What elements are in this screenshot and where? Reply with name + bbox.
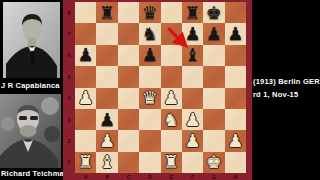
piece-black-rook: ♜ xyxy=(182,2,203,23)
square-e7[interactable] xyxy=(161,23,182,44)
piece-white-pawn: ♟ xyxy=(182,130,203,151)
square-d1[interactable] xyxy=(139,152,160,173)
square-h5[interactable] xyxy=(225,66,246,87)
player-name-bottom: Richard Teichmann xyxy=(1,169,65,178)
square-a6[interactable]: ♟ xyxy=(75,45,96,66)
piece-white-rook: ♜ xyxy=(75,152,96,173)
square-h7[interactable]: ♟ xyxy=(225,23,246,44)
piece-black-pawn: ♟ xyxy=(225,23,246,44)
game-caption: (1913) Berlin GER rd 1, Nov-15 xyxy=(253,75,320,101)
rank-label: 5 xyxy=(63,66,75,87)
square-f7[interactable]: ♟ xyxy=(182,23,203,44)
square-c4[interactable] xyxy=(118,88,139,109)
piece-black-king: ♚ xyxy=(203,2,224,23)
square-d2[interactable] xyxy=(139,130,160,151)
square-g3[interactable] xyxy=(203,109,224,130)
square-g8[interactable]: ♚ xyxy=(203,2,224,23)
square-h3[interactable] xyxy=(225,109,246,130)
piece-white-pawn: ♟ xyxy=(161,88,182,109)
rank-label: 7 xyxy=(63,23,75,44)
video-frame: J R Capablanca Richard Teichmann 8765432… xyxy=(0,0,320,180)
piece-black-knight: ♞ xyxy=(139,23,160,44)
square-a7[interactable] xyxy=(75,23,96,44)
piece-white-pawn: ♟ xyxy=(96,130,117,151)
square-d3[interactable] xyxy=(139,109,160,130)
square-c1[interactable] xyxy=(118,152,139,173)
square-h6[interactable] xyxy=(225,45,246,66)
square-c2[interactable] xyxy=(118,130,139,151)
chess-board-frame: 87654321 ♜♛♜♚♞♟♟♟♟♟♝♟♛♟♟♞♟♟♟♟♜♝♜♚ ABCDEF… xyxy=(63,0,252,180)
file-label: A xyxy=(75,173,96,180)
square-e8[interactable] xyxy=(161,2,182,23)
file-label: B xyxy=(96,173,117,180)
piece-white-pawn: ♟ xyxy=(225,130,246,151)
rank-label: 6 xyxy=(63,45,75,66)
piece-white-queen: ♛ xyxy=(139,88,160,109)
square-b2[interactable]: ♟ xyxy=(96,130,117,151)
square-g4[interactable] xyxy=(203,88,224,109)
square-c8[interactable] xyxy=(118,2,139,23)
file-label: H xyxy=(225,173,246,180)
square-d8[interactable]: ♛ xyxy=(139,2,160,23)
square-h1[interactable] xyxy=(225,152,246,173)
square-b3[interactable]: ♟ xyxy=(96,109,117,130)
square-f6[interactable]: ♝ xyxy=(182,45,203,66)
square-f3[interactable]: ♟ xyxy=(182,109,203,130)
square-d7[interactable]: ♞ xyxy=(139,23,160,44)
piece-white-pawn: ♟ xyxy=(182,109,203,130)
file-labels: ABCDEFGH xyxy=(75,173,246,180)
piece-white-rook: ♜ xyxy=(161,152,182,173)
piece-white-knight: ♞ xyxy=(161,109,182,130)
piece-white-pawn: ♟ xyxy=(75,88,96,109)
square-e6[interactable] xyxy=(161,45,182,66)
rank-label: 4 xyxy=(63,88,75,109)
square-a5[interactable] xyxy=(75,66,96,87)
piece-black-queen: ♛ xyxy=(139,2,160,23)
square-h2[interactable]: ♟ xyxy=(225,130,246,151)
rank-label: 1 xyxy=(63,152,75,173)
piece-black-pawn: ♟ xyxy=(182,23,203,44)
square-g1[interactable]: ♚ xyxy=(203,152,224,173)
square-c6[interactable] xyxy=(118,45,139,66)
square-b5[interactable] xyxy=(96,66,117,87)
square-e2[interactable] xyxy=(161,130,182,151)
caption-line2: rd 1, Nov-15 xyxy=(253,88,320,101)
rank-label: 3 xyxy=(63,109,75,130)
square-a3[interactable] xyxy=(75,109,96,130)
square-b8[interactable]: ♜ xyxy=(96,2,117,23)
square-b6[interactable] xyxy=(96,45,117,66)
square-b1[interactable]: ♝ xyxy=(96,152,117,173)
player-name-top: J R Capablanca xyxy=(1,81,65,90)
square-d5[interactable] xyxy=(139,66,160,87)
file-label: E xyxy=(161,173,182,180)
chess-board: ♜♛♜♚♞♟♟♟♟♟♝♟♛♟♟♞♟♟♟♟♜♝♜♚ xyxy=(75,2,246,173)
caption-line1: (1913) Berlin GER xyxy=(253,75,320,88)
square-g5[interactable] xyxy=(203,66,224,87)
square-a1[interactable]: ♜ xyxy=(75,152,96,173)
square-c5[interactable] xyxy=(118,66,139,87)
square-h8[interactable] xyxy=(225,2,246,23)
square-a8[interactable] xyxy=(75,2,96,23)
square-a2[interactable] xyxy=(75,130,96,151)
square-c7[interactable] xyxy=(118,23,139,44)
file-label: C xyxy=(118,173,139,180)
rank-labels: 87654321 xyxy=(63,2,75,173)
piece-white-bishop: ♝ xyxy=(96,152,117,173)
file-label: G xyxy=(203,173,224,180)
square-c3[interactable] xyxy=(118,109,139,130)
rank-label: 2 xyxy=(63,130,75,151)
teichmann-photo xyxy=(0,94,61,168)
piece-black-pawn: ♟ xyxy=(139,45,160,66)
square-e3[interactable]: ♞ xyxy=(161,109,182,130)
piece-black-rook: ♜ xyxy=(96,2,117,23)
piece-black-pawn: ♟ xyxy=(203,23,224,44)
square-f8[interactable]: ♜ xyxy=(182,2,203,23)
square-b4[interactable] xyxy=(96,88,117,109)
square-e1[interactable]: ♜ xyxy=(161,152,182,173)
piece-black-bishop: ♝ xyxy=(182,45,203,66)
square-f1[interactable] xyxy=(182,152,203,173)
square-g6[interactable] xyxy=(203,45,224,66)
square-f2[interactable]: ♟ xyxy=(182,130,203,151)
square-g2[interactable] xyxy=(203,130,224,151)
square-d4[interactable]: ♛ xyxy=(139,88,160,109)
square-a4[interactable]: ♟ xyxy=(75,88,96,109)
piece-black-pawn: ♟ xyxy=(75,45,96,66)
square-e5[interactable] xyxy=(161,66,182,87)
piece-white-king: ♚ xyxy=(203,152,224,173)
square-b7[interactable] xyxy=(96,23,117,44)
square-h4[interactable] xyxy=(225,88,246,109)
capablanca-photo xyxy=(3,2,60,78)
square-f5[interactable] xyxy=(182,66,203,87)
file-label: F xyxy=(182,173,203,180)
piece-black-pawn: ♟ xyxy=(96,109,117,130)
square-e4[interactable]: ♟ xyxy=(161,88,182,109)
square-f4[interactable] xyxy=(182,88,203,109)
rank-label: 8 xyxy=(63,2,75,23)
file-label: D xyxy=(139,173,160,180)
square-d6[interactable]: ♟ xyxy=(139,45,160,66)
square-g7[interactable]: ♟ xyxy=(203,23,224,44)
